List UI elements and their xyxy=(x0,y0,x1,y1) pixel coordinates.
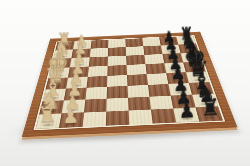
square xyxy=(107,65,127,76)
square xyxy=(149,96,173,110)
square xyxy=(85,87,107,100)
square xyxy=(145,63,166,74)
square xyxy=(89,57,108,67)
chess-board-scene: ♜♟♟♜♞♟♟♞♝♟♟♝♚♟♟♚♛♟♟♛♝♟♟♝♞♟♟♞♜♟♟♜ xyxy=(34,0,219,166)
square: ♜ xyxy=(36,114,62,129)
square xyxy=(127,85,149,98)
square xyxy=(129,110,153,125)
square: ♟ xyxy=(59,113,84,128)
chess-board: ♜♟♟♜♞♟♟♞♝♟♟♝♚♟♟♚♛♟♟♛♝♟♟♝♞♟♟♞♜♟♟♜ xyxy=(22,32,238,137)
square xyxy=(82,112,106,127)
square xyxy=(107,75,127,87)
square xyxy=(127,64,147,75)
square xyxy=(84,99,107,113)
square xyxy=(126,55,145,65)
board-grid: ♜♟♟♜♞♟♟♞♝♟♟♝♚♟♟♚♛♟♟♛♝♟♟♝♞♟♟♞♜♟♟♜ xyxy=(33,35,225,130)
square: ♜ xyxy=(196,106,223,121)
piece-black-rook: ♜ xyxy=(200,96,220,119)
square xyxy=(106,98,128,112)
piece-white-pawn: ♟ xyxy=(62,106,79,126)
square xyxy=(107,86,128,99)
square xyxy=(147,73,169,85)
square xyxy=(108,39,126,48)
square xyxy=(127,74,148,86)
square xyxy=(151,109,176,124)
square xyxy=(88,66,108,77)
square xyxy=(148,84,171,97)
square xyxy=(106,111,129,126)
square xyxy=(144,54,164,64)
photo-backdrop: ♜♟♟♜♞♟♟♞♝♟♟♝♚♟♟♚♛♟♟♛♝♟♟♝♞♟♟♞♜♟♟♜ xyxy=(0,0,250,166)
piece-black-pawn: ♟ xyxy=(178,100,195,120)
piece-white-rook: ♜ xyxy=(37,103,57,126)
square xyxy=(128,97,151,111)
